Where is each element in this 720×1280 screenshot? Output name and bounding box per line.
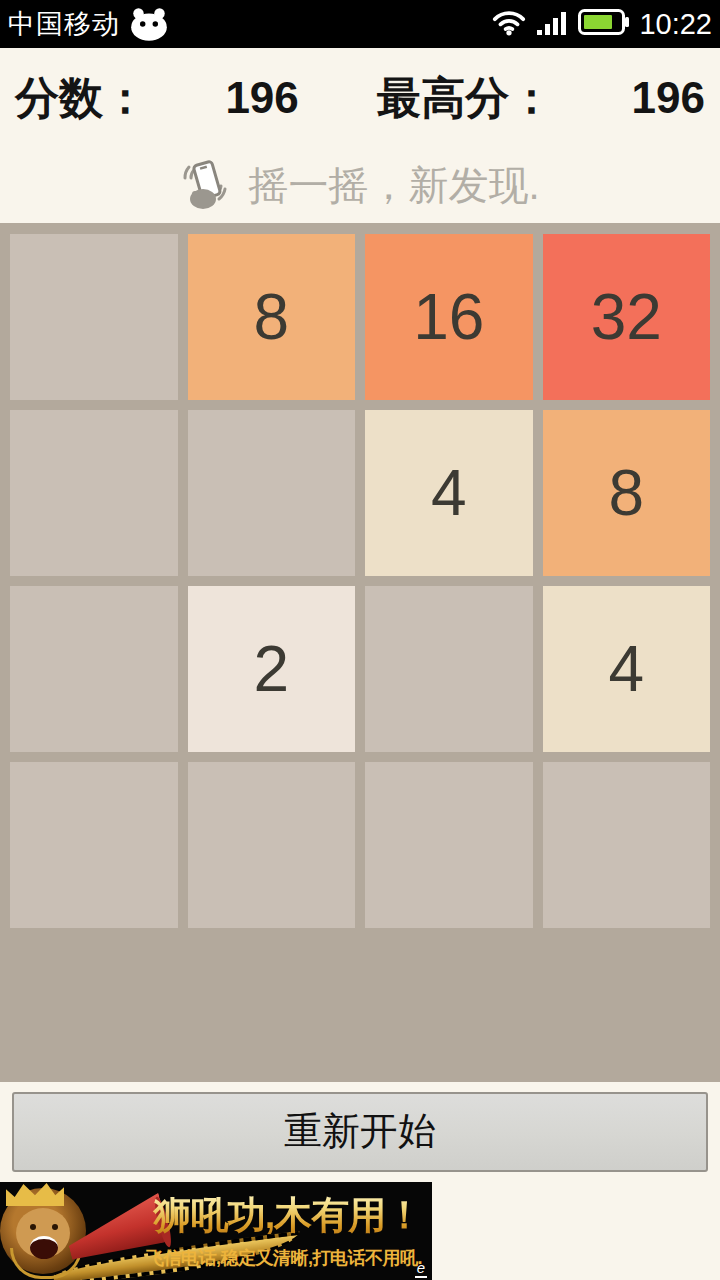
clock-label: 10:22	[639, 8, 712, 41]
lion-eye	[30, 1224, 36, 1230]
lion-megaphone-illustration	[0, 1182, 150, 1280]
notification-robot-icon	[128, 6, 170, 42]
cell-empty	[188, 410, 356, 576]
status-bar[interactable]: 中国移动	[0, 0, 720, 48]
tile-32: 32	[543, 234, 711, 400]
cell-empty	[10, 234, 178, 400]
shake-phone-icon	[180, 157, 234, 215]
tile-4: 4	[543, 586, 711, 752]
cell-empty	[10, 410, 178, 576]
ad-headline: 狮吼功,木有用！	[148, 1190, 428, 1241]
cell-empty	[10, 586, 178, 752]
shake-hint-text: 摇一摇，新发现.	[248, 158, 539, 213]
cell-empty	[365, 762, 533, 928]
tile-4: 4	[365, 410, 533, 576]
carrier-label: 中国移动	[8, 6, 120, 42]
tile-8: 8	[188, 234, 356, 400]
score-bar: 分数： 196 最高分： 196	[0, 48, 720, 148]
best-score-label: 最高分：	[377, 69, 553, 128]
ad-subline: 飞信电话,稳定又清晰,打电话不用吼.	[146, 1246, 430, 1270]
wifi-icon	[492, 8, 526, 40]
board-grid[interactable]: 816324824	[0, 223, 720, 1082]
score-label: 分数：	[15, 69, 147, 128]
tile-16: 16	[365, 234, 533, 400]
cell-empty	[543, 762, 711, 928]
cell-empty	[10, 762, 178, 928]
best-score-value: 196	[632, 73, 705, 123]
tile-2: 2	[188, 586, 356, 752]
signal-strength-icon	[535, 8, 569, 40]
battery-icon	[578, 9, 630, 39]
restart-button[interactable]: 重新开始	[12, 1092, 708, 1172]
cell-empty	[365, 586, 533, 752]
spacer	[0, 1082, 720, 1092]
shake-hint-banner[interactable]: 摇一摇，新发现.	[0, 148, 720, 223]
lion-eye	[52, 1224, 58, 1230]
cell-empty	[188, 762, 356, 928]
ad-network-logo: e	[415, 1260, 427, 1278]
ad-banner[interactable]: 狮吼功,木有用！ 飞信电话,稳定又清晰,打电话不用吼. e	[0, 1182, 432, 1280]
score-value: 196	[225, 73, 298, 123]
tile-8: 8	[543, 410, 711, 576]
